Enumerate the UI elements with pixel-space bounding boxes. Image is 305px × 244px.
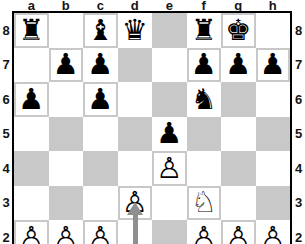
square-h6[interactable] <box>256 82 291 117</box>
white-pawn-piece: ♙ <box>221 220 256 244</box>
black-king-piece: ♚ <box>221 13 256 48</box>
square-h2[interactable]: ♙ <box>256 220 291 244</box>
black-pawn-piece: ♟ <box>187 48 222 83</box>
square-f5[interactable] <box>187 117 222 152</box>
square-h4[interactable] <box>256 151 291 186</box>
square-g4[interactable] <box>221 151 256 186</box>
rank-label-7-right: 7 <box>292 48 305 83</box>
black-queen-piece: ♛ <box>118 13 153 48</box>
rank-labels-right: 8 7 6 5 4 3 2 1 <box>292 13 305 244</box>
square-a8[interactable]: ♜ <box>14 13 49 48</box>
file-labels: a b c d e f g h <box>14 0 290 11</box>
square-b2[interactable]: ♙ <box>49 220 84 244</box>
square-e4[interactable]: ♙ <box>152 151 187 186</box>
square-a5[interactable] <box>14 117 49 152</box>
square-f7[interactable]: ♟ <box>187 48 222 83</box>
chess-board: ♜♝♛♜♚♟♟♟♟♟♟♟♞♟♙♙♘♙♙♙♙♙♙ <box>12 11 292 244</box>
file-label-d: d <box>118 0 153 11</box>
square-a7[interactable] <box>14 48 49 83</box>
square-c6[interactable]: ♟ <box>83 82 118 117</box>
square-h8[interactable] <box>256 13 291 48</box>
file-label-b: b <box>49 0 84 11</box>
chess-diagram: a b c d e f g h 8 7 6 5 4 3 2 1 8 7 6 5 … <box>0 0 305 244</box>
square-e8[interactable] <box>152 13 187 48</box>
white-pawn-piece: ♙ <box>187 220 222 244</box>
white-pawn-piece: ♙ <box>49 220 84 244</box>
last-move-arrow <box>127 202 143 244</box>
square-g6[interactable] <box>221 82 256 117</box>
rank-label-6-left: 6 <box>0 82 12 117</box>
white-knight-piece: ♘ <box>187 186 222 221</box>
square-f3[interactable]: ♘ <box>187 186 222 221</box>
square-b8[interactable] <box>49 13 84 48</box>
rank-label-7-left: 7 <box>0 48 12 83</box>
rank-label-8-left: 8 <box>0 13 12 48</box>
square-a4[interactable] <box>14 151 49 186</box>
black-knight-piece: ♞ <box>187 82 222 117</box>
square-f6[interactable]: ♞ <box>187 82 222 117</box>
rank-label-5-right: 5 <box>292 117 305 152</box>
square-d8[interactable]: ♛ <box>118 13 153 48</box>
black-pawn-piece: ♟ <box>49 48 84 83</box>
arrow-shaft <box>133 215 138 244</box>
rank-label-6-right: 6 <box>292 82 305 117</box>
square-c3[interactable] <box>83 186 118 221</box>
black-pawn-piece: ♟ <box>221 48 256 83</box>
white-pawn-piece: ♙ <box>14 220 49 244</box>
square-f8[interactable]: ♜ <box>187 13 222 48</box>
black-rook-piece: ♜ <box>187 13 222 48</box>
square-g3[interactable] <box>221 186 256 221</box>
square-e3[interactable] <box>152 186 187 221</box>
square-e7[interactable] <box>152 48 187 83</box>
square-d6[interactable] <box>118 82 153 117</box>
rank-label-5-left: 5 <box>0 117 12 152</box>
square-c8[interactable]: ♝ <box>83 13 118 48</box>
square-b7[interactable]: ♟ <box>49 48 84 83</box>
square-a6[interactable]: ♟ <box>14 82 49 117</box>
black-rook-piece: ♜ <box>14 13 49 48</box>
square-c5[interactable] <box>83 117 118 152</box>
square-h5[interactable] <box>256 117 291 152</box>
file-label-a: a <box>14 0 49 11</box>
square-d7[interactable] <box>118 48 153 83</box>
white-pawn-piece: ♙ <box>152 151 187 186</box>
square-b3[interactable] <box>49 186 84 221</box>
rank-label-2-right: 2 <box>292 220 305 244</box>
square-h3[interactable] <box>256 186 291 221</box>
square-a2[interactable]: ♙ <box>14 220 49 244</box>
square-b6[interactable] <box>49 82 84 117</box>
file-label-g: g <box>221 0 256 11</box>
black-pawn-piece: ♟ <box>83 82 118 117</box>
white-pawn-piece: ♙ <box>83 220 118 244</box>
square-g8[interactable]: ♚ <box>221 13 256 48</box>
black-pawn-piece: ♟ <box>256 48 291 83</box>
square-d4[interactable] <box>118 151 153 186</box>
black-bishop-piece: ♝ <box>83 13 118 48</box>
black-pawn-piece: ♟ <box>14 82 49 117</box>
file-label-c: c <box>83 0 118 11</box>
arrow-head-icon <box>127 202 143 215</box>
rank-label-8-right: 8 <box>292 13 305 48</box>
square-e2[interactable] <box>152 220 187 244</box>
rank-label-4-right: 4 <box>292 151 305 186</box>
square-f4[interactable] <box>187 151 222 186</box>
square-h7[interactable]: ♟ <box>256 48 291 83</box>
black-pawn-piece: ♟ <box>83 48 118 83</box>
square-a3[interactable] <box>14 186 49 221</box>
file-label-e: e <box>152 0 187 11</box>
file-label-h: h <box>256 0 291 11</box>
square-e6[interactable] <box>152 82 187 117</box>
rank-labels-left: 8 7 6 5 4 3 2 1 <box>0 13 12 244</box>
rank-label-2-left: 2 <box>0 220 12 244</box>
square-c2[interactable]: ♙ <box>83 220 118 244</box>
square-g5[interactable] <box>221 117 256 152</box>
square-b4[interactable] <box>49 151 84 186</box>
square-c4[interactable] <box>83 151 118 186</box>
square-c7[interactable]: ♟ <box>83 48 118 83</box>
square-b5[interactable] <box>49 117 84 152</box>
square-g7[interactable]: ♟ <box>221 48 256 83</box>
rank-label-3-right: 3 <box>292 186 305 221</box>
square-d5[interactable] <box>118 117 153 152</box>
square-e5[interactable]: ♟ <box>152 117 187 152</box>
square-f2[interactable]: ♙ <box>187 220 222 244</box>
black-pawn-piece: ♟ <box>152 117 187 152</box>
rank-label-4-left: 4 <box>0 151 12 186</box>
rank-label-3-left: 3 <box>0 186 12 221</box>
file-label-f: f <box>187 0 222 11</box>
white-pawn-piece: ♙ <box>256 220 291 244</box>
square-g2[interactable]: ♙ <box>221 220 256 244</box>
